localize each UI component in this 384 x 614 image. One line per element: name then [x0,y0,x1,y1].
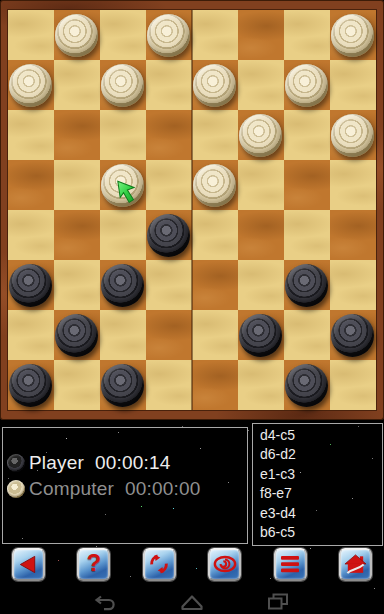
square-g4 [284,210,330,260]
computer-label: Computer [29,478,114,500]
light-piece-icon [7,480,25,498]
piece-light[interactable] [101,64,144,107]
android-recents-button[interactable] [265,592,291,612]
piece-light[interactable] [285,64,328,107]
piece-dark[interactable] [101,264,144,307]
square-h7 [330,60,376,110]
square-a1[interactable] [8,360,54,410]
eye-icon [213,553,237,575]
piece-light[interactable] [9,64,52,107]
undo-button[interactable] [12,548,45,581]
square-h6[interactable] [330,110,376,160]
android-home-icon [179,592,205,612]
square-c5[interactable] [100,160,146,210]
computer-time: 00:00:00 [125,478,201,500]
menu-button[interactable] [274,548,307,581]
square-g3[interactable] [284,260,330,310]
menu-bars-icon [279,553,301,575]
help-button[interactable]: ? [77,548,110,581]
square-d6[interactable] [146,110,192,160]
piece-light[interactable] [193,164,236,207]
dark-piece-icon [7,454,25,472]
move-entry: d4-c5 [260,426,382,445]
last-move-arrow-icon [115,179,142,206]
square-a4 [8,210,54,260]
square-c6 [100,110,146,160]
square-f5 [238,160,284,210]
square-d5 [146,160,192,210]
square-e6 [192,110,238,160]
piece-light[interactable] [239,114,282,157]
computer-clock-row: Computer 00:00:00 [7,478,247,500]
square-g1[interactable] [284,360,330,410]
android-navigation-bar [0,590,384,614]
square-e1[interactable] [192,360,238,410]
square-g2 [284,310,330,360]
piece-light[interactable] [55,14,98,57]
square-a2 [8,310,54,360]
square-b7 [54,60,100,110]
square-e3[interactable] [192,260,238,310]
square-h8[interactable] [330,10,376,60]
move-entry: d6-d2 [260,445,382,464]
move-entry: f8-e7 [260,484,382,503]
square-e2 [192,310,238,360]
square-a3[interactable] [8,260,54,310]
square-b1 [54,360,100,410]
square-c4 [100,210,146,260]
square-g5[interactable] [284,160,330,210]
square-d1 [146,360,192,410]
square-b5 [54,160,100,210]
square-a7[interactable] [8,60,54,110]
square-d7 [146,60,192,110]
square-g7[interactable] [284,60,330,110]
square-e7[interactable] [192,60,238,110]
piece-dark[interactable] [285,264,328,307]
square-h1 [330,360,376,410]
piece-light[interactable] [331,114,374,157]
square-h3 [330,260,376,310]
piece-dark[interactable] [101,364,144,407]
player-time: 00:00:14 [95,452,171,474]
square-c8 [100,10,146,60]
square-c2 [100,310,146,360]
square-b2[interactable] [54,310,100,360]
player-label: Player [29,452,84,474]
square-d8[interactable] [146,10,192,60]
square-g6 [284,110,330,160]
square-e8 [192,10,238,60]
piece-dark[interactable] [55,314,98,357]
move-entry: e1-c3 [260,465,382,484]
checkers-app-screen: Player 00:00:14 Computer 00:00:00 d4-c5d… [0,0,384,614]
review-button[interactable] [208,548,241,581]
player-clock-row: Player 00:00:14 [7,452,247,474]
square-a5[interactable] [8,160,54,210]
square-f6[interactable] [238,110,284,160]
square-b8[interactable] [54,10,100,60]
square-b6[interactable] [54,110,100,160]
square-a6 [8,110,54,160]
square-d3 [146,260,192,310]
square-f3 [238,260,284,310]
square-f2[interactable] [238,310,284,360]
piece-dark[interactable] [147,214,190,257]
restart-button[interactable] [143,548,176,581]
piece-dark[interactable] [9,364,52,407]
piece-dark[interactable] [331,314,374,357]
square-g8 [284,10,330,60]
piece-dark[interactable] [239,314,282,357]
home-button[interactable] [339,548,372,581]
android-home-button[interactable] [179,592,205,612]
move-entry: b6-c5 [260,523,382,542]
square-c7[interactable] [100,60,146,110]
square-d4[interactable] [146,210,192,260]
piece-light[interactable] [331,14,374,57]
square-e5[interactable] [192,160,238,210]
piece-dark[interactable] [9,264,52,307]
back-icon [93,592,119,612]
question-mark-icon: ? [87,551,102,575]
checkers-board-frame [0,0,384,420]
square-b3 [54,260,100,310]
square-h4[interactable] [330,210,376,260]
home-icon [344,553,367,575]
piece-dark[interactable] [285,364,328,407]
refresh-arrows-icon [148,553,170,575]
square-a8 [8,10,54,60]
checkers-board[interactable] [8,10,376,410]
move-list[interactable]: d4-c5d6-d2e1-c3f8-e7e3-d4b6-c5 [252,423,383,546]
square-c1[interactable] [100,360,146,410]
square-d2[interactable] [146,310,192,360]
square-f8[interactable] [238,10,284,60]
piece-light[interactable] [193,64,236,107]
piece-light[interactable] [147,14,190,57]
square-f7 [238,60,284,110]
square-f4[interactable] [238,210,284,260]
square-h5 [330,160,376,210]
android-back-button[interactable] [93,592,119,612]
square-f1 [238,360,284,410]
recents-icon [265,592,291,612]
square-h2[interactable] [330,310,376,360]
move-entry: e3-d4 [260,504,382,523]
left-triangle-icon [18,554,39,575]
player-clock-box: Player 00:00:14 Computer 00:00:00 [2,427,248,544]
square-b4[interactable] [54,210,100,260]
square-c3[interactable] [100,260,146,310]
square-e4 [192,210,238,260]
toolbar: ? [0,546,384,582]
